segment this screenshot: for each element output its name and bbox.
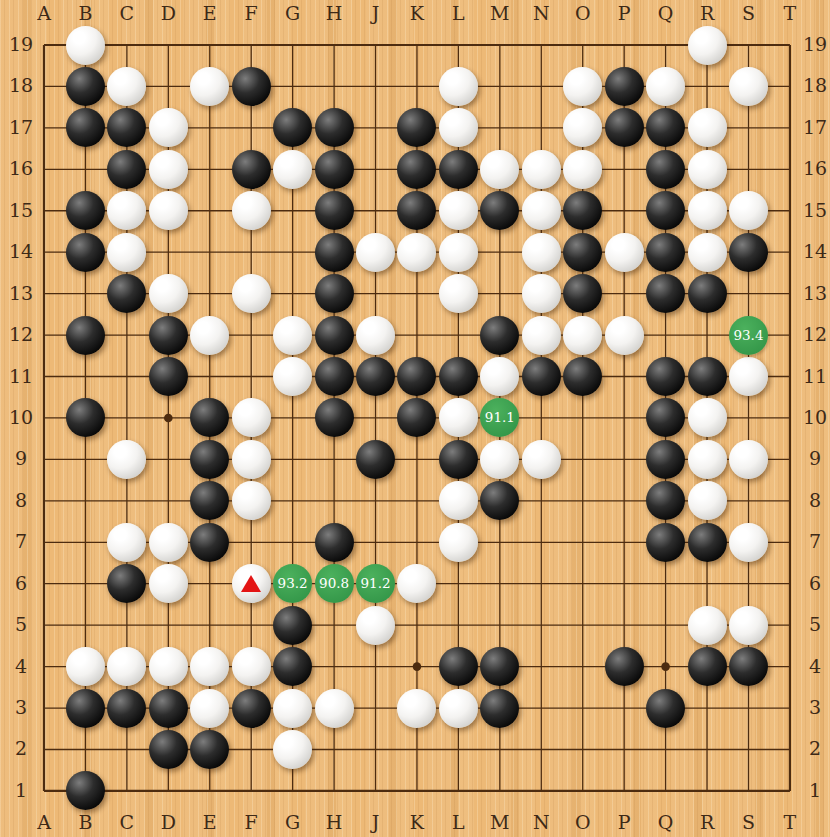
stone-black <box>315 274 354 313</box>
stone-black <box>190 523 229 562</box>
stone-white <box>273 357 312 396</box>
row-label-left: 11 <box>1 365 41 387</box>
stone-white <box>522 150 561 189</box>
row-label-right: 19 <box>795 33 830 55</box>
row-label-right: 17 <box>795 116 830 138</box>
stone-white <box>729 191 768 230</box>
stone-black <box>315 233 354 272</box>
column-label-top: K <box>397 2 437 24</box>
row-label-right: 14 <box>795 240 830 262</box>
stone-white <box>149 150 188 189</box>
column-label-bottom: F <box>231 811 271 833</box>
stone-black <box>66 67 105 106</box>
stone-white <box>688 398 727 437</box>
row-label-right: 18 <box>795 74 830 96</box>
stone-white <box>480 440 519 479</box>
column-label-top: M <box>480 2 520 24</box>
stone-black <box>273 647 312 686</box>
column-label-top: R <box>687 2 727 24</box>
stone-black <box>480 316 519 355</box>
row-label-left: 18 <box>1 74 41 96</box>
stone-white <box>356 316 395 355</box>
star-point <box>413 662 422 671</box>
row-label-right: 9 <box>795 447 830 469</box>
column-label-top: S <box>728 2 768 24</box>
stone-black <box>232 67 271 106</box>
stone-black <box>605 647 644 686</box>
column-label-top: B <box>65 2 105 24</box>
stone-white <box>688 26 727 65</box>
stone-white <box>66 26 105 65</box>
column-label-top: P <box>604 2 644 24</box>
column-label-bottom: Q <box>646 811 686 833</box>
column-label-top: G <box>273 2 313 24</box>
stone-white <box>397 689 436 728</box>
stone-white <box>729 440 768 479</box>
column-label-top: H <box>314 2 354 24</box>
stone-black <box>356 357 395 396</box>
stone-white <box>605 316 644 355</box>
row-label-left: 14 <box>1 240 41 262</box>
stone-white <box>356 606 395 645</box>
stone-black <box>688 523 727 562</box>
stone-white <box>149 564 188 603</box>
stone-black <box>315 398 354 437</box>
stone-white <box>522 274 561 313</box>
stone-white <box>356 233 395 272</box>
column-label-top: C <box>107 2 147 24</box>
stone-white <box>315 689 354 728</box>
stone-black <box>149 316 188 355</box>
column-label-bottom: K <box>397 811 437 833</box>
stone-white <box>66 647 105 686</box>
stone-black <box>107 150 146 189</box>
row-label-right: 15 <box>795 199 830 221</box>
stone-black <box>646 233 685 272</box>
stone-white <box>563 150 602 189</box>
stone-black <box>439 150 478 189</box>
stone-white <box>439 274 478 313</box>
column-label-top: L <box>438 2 478 24</box>
stone-white <box>190 316 229 355</box>
stone-white <box>688 150 727 189</box>
stone-white <box>232 398 271 437</box>
stone-white <box>563 67 602 106</box>
stone-white <box>149 191 188 230</box>
stone-white <box>646 67 685 106</box>
stone-white <box>729 357 768 396</box>
column-label-bottom: A <box>24 811 64 833</box>
stone-white <box>439 689 478 728</box>
stone-black <box>66 191 105 230</box>
stone-black <box>729 233 768 272</box>
stone-white <box>190 689 229 728</box>
row-label-left: 2 <box>1 737 41 759</box>
stone-white <box>149 274 188 313</box>
move-suggestion[interactable]: 93.4 <box>729 316 768 355</box>
stone-white <box>273 150 312 189</box>
stone-black <box>729 647 768 686</box>
move-suggestion[interactable]: 90.8 <box>315 564 354 603</box>
stone-black <box>522 357 561 396</box>
column-label-bottom: J <box>356 811 396 833</box>
row-label-left: 4 <box>1 655 41 677</box>
column-label-top: J <box>356 2 396 24</box>
stone-white <box>107 523 146 562</box>
column-label-bottom: R <box>687 811 727 833</box>
column-label-top: D <box>148 2 188 24</box>
row-label-right: 7 <box>795 530 830 552</box>
column-label-bottom: P <box>604 811 644 833</box>
row-label-left: 3 <box>1 696 41 718</box>
column-label-top: F <box>231 2 271 24</box>
stone-white <box>480 150 519 189</box>
stone-white <box>688 440 727 479</box>
stone-black <box>646 440 685 479</box>
stone-black <box>688 647 727 686</box>
column-label-top: O <box>563 2 603 24</box>
row-label-left: 12 <box>1 323 41 345</box>
stone-black <box>107 689 146 728</box>
column-label-bottom: S <box>728 811 768 833</box>
stone-black <box>605 67 644 106</box>
row-label-left: 6 <box>1 572 41 594</box>
stone-white <box>522 233 561 272</box>
stone-black <box>66 689 105 728</box>
row-label-right: 10 <box>795 406 830 428</box>
column-label-top: N <box>521 2 561 24</box>
stone-white <box>729 606 768 645</box>
stone-white <box>149 647 188 686</box>
row-label-right: 3 <box>795 696 830 718</box>
column-label-bottom: B <box>65 811 105 833</box>
stone-white <box>688 191 727 230</box>
stone-black <box>439 647 478 686</box>
stone-black <box>315 150 354 189</box>
stone-white <box>273 730 312 769</box>
stone-white <box>688 481 727 520</box>
column-label-bottom: M <box>480 811 520 833</box>
column-label-top: T <box>770 2 810 24</box>
row-label-right: 8 <box>795 489 830 511</box>
stone-white <box>439 523 478 562</box>
row-label-left: 5 <box>1 613 41 635</box>
row-label-left: 10 <box>1 406 41 428</box>
stone-black <box>646 523 685 562</box>
row-label-right: 12 <box>795 323 830 345</box>
go-board[interactable]: AABBCCDDEEFFGGHHJJKKLLMMNNOOPPQQRRSSTT19… <box>0 0 830 837</box>
stone-black <box>605 108 644 147</box>
row-label-right: 2 <box>795 737 830 759</box>
stone-black <box>66 316 105 355</box>
stone-black <box>646 274 685 313</box>
stone-white <box>107 233 146 272</box>
stone-white <box>688 233 727 272</box>
move-suggestion[interactable]: 91.2 <box>356 564 395 603</box>
stone-white <box>439 481 478 520</box>
stone-black <box>149 357 188 396</box>
column-label-bottom: E <box>190 811 230 833</box>
stone-black <box>315 191 354 230</box>
stone-black <box>439 357 478 396</box>
row-label-left: 15 <box>1 199 41 221</box>
stone-white <box>729 523 768 562</box>
row-label-left: 9 <box>1 447 41 469</box>
stone-white <box>149 108 188 147</box>
stone-black <box>315 108 354 147</box>
stone-black <box>149 730 188 769</box>
row-label-right: 5 <box>795 613 830 635</box>
stone-black <box>232 689 271 728</box>
stone-black <box>232 150 271 189</box>
stone-black <box>190 440 229 479</box>
stone-black <box>688 357 727 396</box>
stone-black <box>273 606 312 645</box>
stone-white <box>688 108 727 147</box>
stone-white <box>522 440 561 479</box>
star-point <box>164 414 173 423</box>
row-label-left: 8 <box>1 489 41 511</box>
stone-black <box>480 689 519 728</box>
stone-white <box>397 233 436 272</box>
stone-white <box>688 606 727 645</box>
row-label-left: 16 <box>1 157 41 179</box>
row-label-right: 1 <box>795 779 830 801</box>
column-label-bottom: G <box>273 811 313 833</box>
stone-black <box>646 689 685 728</box>
stone-black <box>149 689 188 728</box>
column-label-top: A <box>24 2 64 24</box>
stone-black <box>688 274 727 313</box>
row-label-left: 19 <box>1 33 41 55</box>
column-label-bottom: D <box>148 811 188 833</box>
stone-white <box>439 233 478 272</box>
last-move-triangle-marker <box>241 575 261 592</box>
star-point <box>661 662 670 671</box>
stone-black <box>563 233 602 272</box>
row-label-left: 13 <box>1 282 41 304</box>
stone-black <box>315 523 354 562</box>
column-label-bottom: O <box>563 811 603 833</box>
row-label-right: 16 <box>795 157 830 179</box>
stone-white <box>522 191 561 230</box>
column-label-bottom: C <box>107 811 147 833</box>
stone-black <box>66 233 105 272</box>
stone-white <box>522 316 561 355</box>
stone-black <box>356 440 395 479</box>
stone-black <box>646 357 685 396</box>
stone-white <box>605 233 644 272</box>
column-label-bottom: L <box>438 811 478 833</box>
stone-white <box>273 316 312 355</box>
column-label-bottom: H <box>314 811 354 833</box>
stone-black <box>190 730 229 769</box>
column-label-top: Q <box>646 2 686 24</box>
column-label-bottom: T <box>770 811 810 833</box>
stone-white <box>149 523 188 562</box>
row-label-left: 17 <box>1 116 41 138</box>
stone-black <box>439 440 478 479</box>
stone-black <box>315 316 354 355</box>
stone-white <box>232 191 271 230</box>
stone-white <box>232 647 271 686</box>
stone-white <box>107 440 146 479</box>
row-label-right: 11 <box>795 365 830 387</box>
stone-white <box>729 67 768 106</box>
stone-black <box>646 150 685 189</box>
stone-white <box>439 108 478 147</box>
stone-black <box>315 357 354 396</box>
column-label-top: E <box>190 2 230 24</box>
stone-white <box>439 67 478 106</box>
column-label-bottom: N <box>521 811 561 833</box>
row-label-right: 6 <box>795 572 830 594</box>
stone-black <box>397 150 436 189</box>
row-label-right: 4 <box>795 655 830 677</box>
stone-white <box>232 274 271 313</box>
stone-white <box>232 481 271 520</box>
stone-white <box>232 440 271 479</box>
stone-white <box>190 67 229 106</box>
row-label-right: 13 <box>795 282 830 304</box>
stone-white <box>273 689 312 728</box>
stone-black <box>563 357 602 396</box>
stone-white <box>563 316 602 355</box>
stone-white <box>439 191 478 230</box>
row-label-left: 7 <box>1 530 41 552</box>
row-label-left: 1 <box>1 779 41 801</box>
